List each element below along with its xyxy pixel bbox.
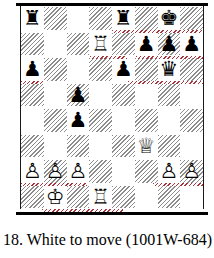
piece-white-queen: ♛♕ bbox=[135, 135, 158, 158]
spellcheck-squiggle-rank6-e6-h6 bbox=[128, 81, 203, 84]
piece-black-queen: ♛ bbox=[158, 58, 181, 81]
square-c2[interactable]: ♟♙ bbox=[67, 160, 90, 183]
white-pawn-icon: ♙ bbox=[180, 160, 203, 183]
black-pawn-icon: ♟ bbox=[21, 58, 44, 81]
square-d3[interactable] bbox=[89, 135, 112, 158]
piece-black-king: ♚ bbox=[158, 7, 181, 30]
spellcheck-squiggle-rank1-b1-d1 bbox=[42, 209, 123, 212]
square-e7[interactable] bbox=[112, 33, 135, 56]
square-a8[interactable]: ♜ bbox=[21, 7, 44, 30]
piece-black-pawn: ♟ bbox=[180, 33, 203, 56]
spellcheck-squiggle-rank8-e8-h8 bbox=[112, 30, 203, 33]
piece-black-pawn: ♟ bbox=[67, 109, 90, 132]
square-g1[interactable] bbox=[158, 186, 181, 209]
chess-board: ♜♜♚♜♖♟♟♟♟♟♛♟♟♛♕♟♙♟♙♟♙♟♙♟♙♚♔♜♖ bbox=[21, 7, 203, 208]
board-right-border bbox=[203, 6, 204, 209]
piece-white-pawn: ♟♙ bbox=[180, 160, 203, 183]
black-pawn-icon: ♟ bbox=[112, 58, 135, 81]
spellcheck-squiggle-rank7-f7-h7 bbox=[136, 56, 203, 59]
square-b7[interactable] bbox=[44, 33, 67, 56]
square-a4[interactable] bbox=[21, 109, 44, 132]
square-a6[interactable]: ♟ bbox=[21, 58, 44, 81]
square-h8[interactable] bbox=[180, 7, 203, 30]
square-c1[interactable] bbox=[67, 186, 90, 209]
black-rook-icon: ♜ bbox=[21, 7, 44, 30]
square-f3[interactable]: ♛♕ bbox=[135, 135, 158, 158]
white-pawn-icon: ♙ bbox=[21, 160, 44, 183]
piece-black-pawn: ♟ bbox=[135, 33, 158, 56]
spellcheck-squiggle-rank2-g2-h2 bbox=[153, 183, 203, 186]
square-g6[interactable]: ♛ bbox=[158, 58, 181, 81]
black-pawn-icon: ♟ bbox=[67, 109, 90, 132]
square-h7[interactable]: ♟ bbox=[180, 33, 203, 56]
square-f7[interactable]: ♟ bbox=[135, 33, 158, 56]
square-c6[interactable] bbox=[67, 58, 90, 81]
board-rank-2: ♟♙♟♙♟♙♟♙♟♙ bbox=[21, 160, 203, 183]
square-e5[interactable] bbox=[112, 84, 135, 107]
square-a5[interactable] bbox=[21, 84, 44, 107]
square-a1[interactable] bbox=[21, 186, 44, 209]
chess-diagram: ♜♜♚♜♖♟♟♟♟♟♛♟♟♛♕♟♙♟♙♟♙♟♙♟♙♚♔♜♖ 18. White … bbox=[0, 0, 214, 258]
square-c3[interactable] bbox=[67, 135, 90, 158]
white-queen-icon: ♕ bbox=[135, 135, 158, 158]
white-pawn-icon: ♙ bbox=[44, 160, 67, 183]
square-d1[interactable]: ♜♖ bbox=[89, 186, 112, 209]
piece-black-rook: ♜ bbox=[21, 7, 44, 30]
square-e1[interactable] bbox=[112, 186, 135, 209]
square-d8[interactable] bbox=[89, 7, 112, 30]
square-h2[interactable]: ♟♙ bbox=[180, 160, 203, 183]
square-d2[interactable] bbox=[89, 160, 112, 183]
piece-white-pawn: ♟♙ bbox=[21, 160, 44, 183]
square-b1[interactable]: ♚♔ bbox=[44, 186, 67, 209]
white-rook-icon: ♖ bbox=[89, 186, 112, 209]
piece-white-rook: ♜♖ bbox=[89, 186, 112, 209]
square-d4[interactable] bbox=[89, 109, 112, 132]
square-h6[interactable] bbox=[180, 58, 203, 81]
square-f6[interactable] bbox=[135, 58, 158, 81]
spellcheck-squiggle-rank6-a6 bbox=[21, 81, 44, 84]
piece-black-rook: ♜ bbox=[112, 7, 135, 30]
piece-black-pawn: ♟ bbox=[67, 84, 90, 107]
piece-black-pawn: ♟ bbox=[112, 58, 135, 81]
square-d5[interactable] bbox=[89, 84, 112, 107]
board-rank-8: ♜♜♚ bbox=[21, 7, 203, 30]
white-rook-icon: ♖ bbox=[89, 33, 112, 56]
square-b8[interactable] bbox=[44, 7, 67, 30]
white-pawn-icon: ♙ bbox=[158, 160, 181, 183]
square-h1[interactable] bbox=[180, 186, 203, 209]
square-g4[interactable] bbox=[158, 109, 181, 132]
black-pawn-icon: ♟ bbox=[158, 33, 181, 56]
piece-black-pawn: ♟ bbox=[158, 33, 181, 56]
piece-white-king: ♚♔ bbox=[44, 186, 67, 209]
black-pawn-icon: ♟ bbox=[180, 33, 203, 56]
square-f5[interactable] bbox=[135, 84, 158, 107]
square-c8[interactable] bbox=[67, 7, 90, 30]
square-a3[interactable] bbox=[21, 135, 44, 158]
square-g7[interactable]: ♟ bbox=[158, 33, 181, 56]
square-b2[interactable]: ♟♙ bbox=[44, 160, 67, 183]
square-g8[interactable]: ♚ bbox=[158, 7, 181, 30]
square-d7[interactable]: ♜♖ bbox=[89, 33, 112, 56]
square-e8[interactable]: ♜ bbox=[112, 7, 135, 30]
square-g2[interactable]: ♟♙ bbox=[158, 160, 181, 183]
board-top-border bbox=[16, 3, 208, 6]
board-rank-1: ♚♔♜♖ bbox=[21, 186, 203, 209]
board-rank-6: ♟♟♛ bbox=[21, 58, 203, 81]
square-e3[interactable] bbox=[112, 135, 135, 158]
square-b3[interactable] bbox=[44, 135, 67, 158]
piece-white-pawn: ♟♙ bbox=[44, 160, 67, 183]
square-c7[interactable] bbox=[67, 33, 90, 56]
white-pawn-icon: ♙ bbox=[67, 160, 90, 183]
square-b5[interactable] bbox=[44, 84, 67, 107]
square-a7[interactable] bbox=[21, 33, 44, 56]
square-h4[interactable] bbox=[180, 109, 203, 132]
board-rank-5: ♟ bbox=[21, 84, 203, 107]
square-d6[interactable] bbox=[89, 58, 112, 81]
board-rank-3: ♛♕ bbox=[21, 135, 203, 158]
square-h5[interactable] bbox=[180, 84, 203, 107]
white-king-icon: ♔ bbox=[44, 186, 67, 209]
square-b6[interactable] bbox=[44, 58, 67, 81]
spellcheck-squiggle-rank2-a2-c2 bbox=[21, 183, 87, 186]
black-queen-icon: ♛ bbox=[158, 58, 181, 81]
square-f4[interactable] bbox=[135, 109, 158, 132]
square-c4[interactable]: ♟ bbox=[67, 109, 90, 132]
spellcheck-squiggle-rank7-d7 bbox=[90, 56, 127, 59]
black-pawn-icon: ♟ bbox=[67, 84, 90, 107]
square-a2[interactable]: ♟♙ bbox=[21, 160, 44, 183]
square-e6[interactable]: ♟ bbox=[112, 58, 135, 81]
square-b4[interactable] bbox=[44, 109, 67, 132]
board-bottom-border bbox=[16, 212, 208, 215]
square-g3[interactable] bbox=[158, 135, 181, 158]
piece-white-pawn: ♟♙ bbox=[158, 160, 181, 183]
puzzle-caption: 18. White to move (1001W-684) bbox=[3, 231, 213, 249]
square-g5[interactable] bbox=[158, 84, 181, 107]
black-king-icon: ♚ bbox=[158, 7, 181, 30]
square-c5[interactable]: ♟ bbox=[67, 84, 90, 107]
square-e4[interactable] bbox=[112, 109, 135, 132]
square-f2[interactable] bbox=[135, 160, 158, 183]
board-rank-7: ♜♖♟♟♟ bbox=[21, 33, 203, 56]
black-rook-icon: ♜ bbox=[112, 7, 135, 30]
square-e2[interactable] bbox=[112, 160, 135, 183]
black-pawn-icon: ♟ bbox=[135, 33, 158, 56]
piece-white-rook: ♜♖ bbox=[89, 33, 112, 56]
piece-black-pawn: ♟ bbox=[21, 58, 44, 81]
board-rank-4: ♟ bbox=[21, 109, 203, 132]
square-f1[interactable] bbox=[135, 186, 158, 209]
piece-white-pawn: ♟♙ bbox=[67, 160, 90, 183]
square-h3[interactable] bbox=[180, 135, 203, 158]
square-f8[interactable] bbox=[135, 7, 158, 30]
